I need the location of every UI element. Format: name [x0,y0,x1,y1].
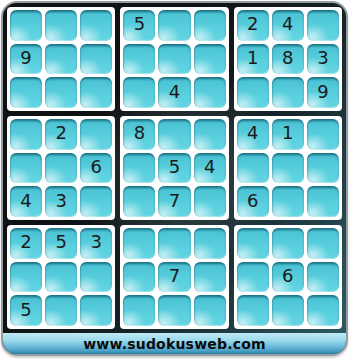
sudoku-cell[interactable] [10,262,42,293]
sudoku-cell[interactable]: 3 [45,186,77,217]
sudoku-cell[interactable] [10,10,42,41]
given-digit: 1 [282,124,293,142]
sudoku-cell[interactable] [123,153,155,184]
sudoku-cell[interactable]: 4 [272,10,304,41]
sudoku-cell[interactable] [45,262,77,293]
given-digit: 2 [20,233,31,251]
sudoku-cell[interactable] [237,295,269,326]
given-digit: 3 [317,49,328,67]
sudoku-cell[interactable] [123,262,155,293]
sudoku-cell[interactable] [45,10,77,41]
sudoku-cell[interactable]: 5 [10,295,42,326]
given-digit: 6 [91,158,102,176]
sudoku-cell[interactable] [194,186,226,217]
sudoku-cell[interactable] [194,44,226,75]
given-digit: 7 [169,192,180,210]
given-digit: 4 [169,83,180,101]
sudoku-cell[interactable] [45,77,77,108]
given-digit: 5 [55,233,66,251]
given-digit: 3 [55,192,66,210]
sudoku-cell[interactable] [45,44,77,75]
given-digit: 4 [204,158,215,176]
sudoku-cell[interactable] [307,119,339,150]
sudoku-cell[interactable] [123,44,155,75]
footer-url: www.sudokusweb.com [83,336,266,352]
given-digit: 6 [247,192,258,210]
sudoku-cell[interactable] [123,77,155,108]
sudoku-cell[interactable] [45,153,77,184]
sudoku-cell[interactable]: 4 [158,77,190,108]
sudoku-cell[interactable]: 4 [10,186,42,217]
given-digit: 4 [20,192,31,210]
sudoku-block: 9 [7,7,115,111]
sudoku-cell[interactable] [10,153,42,184]
sudoku-cell[interactable] [194,262,226,293]
sudoku-cell[interactable] [10,119,42,150]
sudoku-cell[interactable]: 3 [80,228,112,259]
sudoku-cell[interactable] [272,186,304,217]
sudoku-grid: 95424183926438547416253576 [3,3,346,333]
given-digit: 4 [247,124,258,142]
sudoku-cell[interactable]: 4 [194,153,226,184]
sudoku-cell[interactable] [123,186,155,217]
sudoku-cell[interactable]: 6 [237,186,269,217]
sudoku-cell[interactable]: 2 [45,119,77,150]
sudoku-cell[interactable] [237,228,269,259]
sudoku-cell[interactable]: 2 [237,10,269,41]
sudoku-cell[interactable]: 1 [272,119,304,150]
given-digit: 7 [169,267,180,285]
sudoku-cell[interactable] [10,77,42,108]
sudoku-cell[interactable]: 6 [80,153,112,184]
sudoku-cell[interactable]: 1 [237,44,269,75]
sudoku-cell[interactable] [307,186,339,217]
footer-bar: www.sudokusweb.com [3,333,346,354]
sudoku-block: 2643 [7,116,115,220]
sudoku-cell[interactable] [237,153,269,184]
sudoku-block: 6 [234,225,342,329]
sudoku-block: 241839 [234,7,342,111]
sudoku-cell[interactable] [158,10,190,41]
sudoku-cell[interactable] [123,295,155,326]
sudoku-cell[interactable] [237,262,269,293]
sudoku-cell[interactable] [80,10,112,41]
given-digit: 9 [317,83,328,101]
sudoku-cell[interactable]: 7 [158,186,190,217]
given-digit: 2 [55,124,66,142]
sudoku-cell[interactable]: 3 [307,44,339,75]
given-digit: 5 [20,301,31,319]
sudoku-cell[interactable] [80,186,112,217]
given-digit: 5 [169,158,180,176]
sudoku-cell[interactable]: 7 [158,262,190,293]
sudoku-cell[interactable] [194,10,226,41]
sudoku-cell[interactable] [80,44,112,75]
sudoku-cell[interactable] [272,295,304,326]
sudoku-cell[interactable]: 4 [237,119,269,150]
sudoku-cell[interactable] [272,153,304,184]
sudoku-cell[interactable] [237,77,269,108]
sudoku-cell[interactable] [307,153,339,184]
sudoku-cell[interactable] [158,44,190,75]
sudoku-block: 8547 [120,116,228,220]
sudoku-cell[interactable] [307,10,339,41]
sudoku-cell[interactable]: 5 [45,228,77,259]
sudoku-board: 95424183926438547416253576 www.sudokuswe… [1,1,348,356]
sudoku-cell[interactable] [194,119,226,150]
sudoku-cell[interactable] [307,262,339,293]
sudoku-cell[interactable] [194,77,226,108]
sudoku-cell[interactable] [123,228,155,259]
sudoku-cell[interactable]: 8 [272,44,304,75]
sudoku-cell[interactable] [307,295,339,326]
sudoku-cell[interactable] [272,228,304,259]
given-digit: 9 [20,49,31,67]
sudoku-cell[interactable] [158,228,190,259]
sudoku-cell[interactable] [80,77,112,108]
given-digit: 8 [282,49,293,67]
sudoku-cell[interactable] [45,295,77,326]
sudoku-cell[interactable] [158,119,190,150]
sudoku-cell[interactable] [194,228,226,259]
sudoku-block: 54 [120,7,228,111]
given-digit: 4 [282,15,293,33]
sudoku-cell[interactable]: 8 [123,119,155,150]
sudoku-cell[interactable] [194,295,226,326]
sudoku-cell[interactable] [80,262,112,293]
sudoku-cell[interactable]: 6 [272,262,304,293]
sudoku-cell[interactable]: 9 [307,77,339,108]
given-digit: 6 [282,267,293,285]
sudoku-cell[interactable]: 5 [158,153,190,184]
sudoku-cell[interactable]: 2 [10,228,42,259]
given-digit: 1 [247,49,258,67]
sudoku-block: 7 [120,225,228,329]
sudoku-cell[interactable] [158,295,190,326]
sudoku-block: 416 [234,116,342,220]
sudoku-cell[interactable]: 5 [123,10,155,41]
given-digit: 2 [247,15,258,33]
given-digit: 3 [91,233,102,251]
given-digit: 5 [134,15,145,33]
sudoku-cell[interactable]: 9 [10,44,42,75]
sudoku-cell[interactable] [272,77,304,108]
sudoku-block: 2535 [7,225,115,329]
sudoku-cell[interactable] [80,295,112,326]
given-digit: 8 [134,124,145,142]
sudoku-cell[interactable] [80,119,112,150]
sudoku-cell[interactable] [307,228,339,259]
